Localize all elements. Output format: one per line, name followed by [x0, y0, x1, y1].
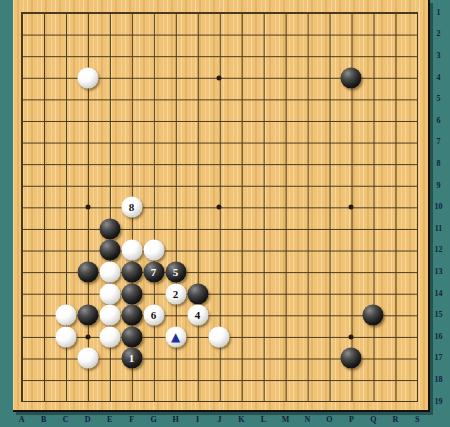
column-label-M: M	[277, 415, 293, 425]
column-label-K: K	[233, 415, 249, 425]
black-stone-D15	[77, 305, 98, 326]
column-label-Q: Q	[365, 415, 381, 425]
white-stone-E16	[99, 326, 120, 347]
white-stone-H14: 2	[165, 283, 186, 304]
white-stone-D4	[77, 67, 98, 88]
move-number: 5	[173, 266, 179, 277]
white-stone-E13	[99, 261, 120, 282]
black-stone-F13	[121, 261, 142, 282]
move-number: 2	[173, 288, 179, 299]
triangle-marker-icon: ▲	[171, 331, 180, 343]
black-stone-P17	[341, 348, 362, 369]
white-stone-E14	[99, 283, 120, 304]
column-label-J: J	[211, 415, 227, 425]
black-stone-F16	[121, 326, 142, 347]
row-label-14: 14	[430, 289, 447, 299]
white-stone-E15	[99, 305, 120, 326]
black-stone-H13: 5	[165, 261, 186, 282]
black-stone-P4	[341, 67, 362, 88]
column-label-G: G	[146, 415, 162, 425]
black-stone-F15	[121, 305, 142, 326]
white-stone-I15: 4	[187, 305, 208, 326]
black-stone-F14	[121, 283, 142, 304]
column-label-L: L	[255, 415, 271, 425]
row-label-17: 17	[430, 353, 447, 363]
row-label-9: 9	[430, 181, 447, 191]
column-label-O: O	[321, 415, 337, 425]
white-stone-C15	[55, 305, 76, 326]
row-label-12: 12	[430, 245, 447, 255]
go-board[interactable]: 875264▲1	[13, 0, 430, 412]
row-label-10: 10	[430, 202, 447, 212]
white-stone-G12	[143, 240, 164, 261]
black-stone-F17: 1	[121, 348, 142, 369]
black-stone-D13	[77, 261, 98, 282]
row-label-18: 18	[430, 375, 447, 385]
row-label-8: 8	[430, 159, 447, 169]
row-label-16: 16	[430, 332, 447, 342]
star-point	[349, 334, 354, 339]
column-label-C: C	[58, 415, 74, 425]
star-point	[217, 205, 222, 210]
move-number: 4	[195, 310, 201, 321]
row-label-5: 5	[430, 94, 447, 104]
black-stone-Q15	[363, 305, 384, 326]
black-stone-E12	[99, 240, 120, 261]
column-label-H: H	[168, 415, 184, 425]
black-stone-I14	[187, 283, 208, 304]
white-stone-J16	[209, 326, 230, 347]
column-label-R: R	[387, 415, 403, 425]
white-stone-F10: 8	[121, 197, 142, 218]
move-number: 7	[151, 266, 157, 277]
white-stone-C16	[55, 326, 76, 347]
column-label-N: N	[299, 415, 315, 425]
star-point	[85, 334, 90, 339]
row-label-6: 6	[430, 116, 447, 126]
move-number: 6	[151, 310, 157, 321]
column-label-I: I	[190, 415, 206, 425]
star-point	[349, 205, 354, 210]
column-label-P: P	[343, 415, 359, 425]
star-point	[217, 75, 222, 80]
row-label-15: 15	[430, 310, 447, 320]
row-label-19: 19	[430, 397, 447, 407]
star-point	[85, 205, 90, 210]
row-label-2: 2	[430, 29, 447, 39]
black-stone-E11	[99, 218, 120, 239]
move-number: 8	[129, 202, 135, 213]
column-label-S: S	[409, 415, 425, 425]
go-diagram-frame: 875264▲1 12345678910111213141516171819 A…	[0, 0, 450, 427]
move-number: 1	[129, 353, 135, 364]
row-label-7: 7	[430, 137, 447, 147]
row-label-4: 4	[430, 73, 447, 83]
white-stone-F12	[121, 240, 142, 261]
white-stone-G15: 6	[143, 305, 164, 326]
white-stone-H16: ▲	[165, 326, 186, 347]
row-label-3: 3	[430, 51, 447, 61]
row-label-1: 1	[430, 8, 447, 18]
black-stone-G13: 7	[143, 261, 164, 282]
column-label-F: F	[124, 415, 140, 425]
column-label-A: A	[14, 415, 30, 425]
white-stone-D17	[77, 348, 98, 369]
row-label-13: 13	[430, 267, 447, 277]
row-label-11: 11	[430, 224, 447, 234]
column-label-D: D	[80, 415, 96, 425]
column-label-E: E	[102, 415, 118, 425]
column-label-B: B	[36, 415, 52, 425]
